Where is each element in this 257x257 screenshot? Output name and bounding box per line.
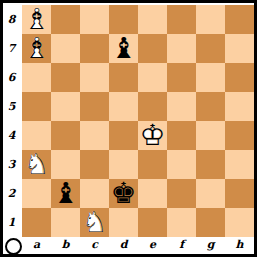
square-c4[interactable] [80, 121, 109, 150]
square-f6[interactable] [167, 63, 196, 92]
square-b8[interactable] [51, 5, 80, 34]
chess-board: ♝♗♝♗♝♚♔♞♘♝♚♞♘ [22, 5, 254, 237]
piece-white-bishop-a7[interactable]: ♝♗ [22, 34, 51, 63]
square-b3[interactable] [51, 150, 80, 179]
square-f4[interactable] [167, 121, 196, 150]
square-e3[interactable] [138, 150, 167, 179]
piece-white-bishop-a8[interactable]: ♝♗ [22, 5, 51, 34]
square-e5[interactable] [138, 92, 167, 121]
square-a2[interactable] [22, 179, 51, 208]
square-e7[interactable] [138, 34, 167, 63]
file-label-d: d [109, 237, 138, 253]
square-g5[interactable] [196, 92, 225, 121]
square-b1[interactable] [51, 208, 80, 237]
square-h7[interactable] [225, 34, 254, 63]
white-king-icon: ♔ [140, 121, 166, 150]
square-e8[interactable] [138, 5, 167, 34]
square-a1[interactable] [22, 208, 51, 237]
rank-label-4: 4 [3, 121, 20, 150]
rank-label-5: 5 [3, 92, 20, 121]
piece-black-king-d2[interactable]: ♚ [109, 179, 138, 208]
square-h8[interactable] [225, 5, 254, 34]
square-d2[interactable]: ♚ [109, 179, 138, 208]
square-h6[interactable] [225, 63, 254, 92]
square-h4[interactable] [225, 121, 254, 150]
square-c2[interactable] [80, 179, 109, 208]
white-bishop-icon: ♗ [24, 5, 50, 34]
white-to-move-indicator [5, 238, 22, 255]
square-g6[interactable] [196, 63, 225, 92]
rank-label-8: 8 [3, 5, 20, 34]
square-g1[interactable] [196, 208, 225, 237]
square-h1[interactable] [225, 208, 254, 237]
rank-label-7: 7 [3, 34, 20, 63]
square-g3[interactable] [196, 150, 225, 179]
square-e1[interactable] [138, 208, 167, 237]
square-d5[interactable] [109, 92, 138, 121]
rank-label-1: 1 [3, 208, 20, 237]
square-a3[interactable]: ♞♘ [22, 150, 51, 179]
square-f1[interactable] [167, 208, 196, 237]
file-label-a: a [22, 237, 51, 253]
file-label-h: h [225, 237, 254, 253]
square-d6[interactable] [109, 63, 138, 92]
square-c6[interactable] [80, 63, 109, 92]
square-d1[interactable] [109, 208, 138, 237]
square-a5[interactable] [22, 92, 51, 121]
black-bishop-icon: ♝ [53, 179, 79, 208]
piece-white-king-e4[interactable]: ♚♔ [138, 121, 167, 150]
square-e4[interactable]: ♚♔ [138, 121, 167, 150]
square-h2[interactable] [225, 179, 254, 208]
square-f5[interactable] [167, 92, 196, 121]
file-label-e: e [138, 237, 167, 253]
piece-white-knight-c1[interactable]: ♞♘ [80, 208, 109, 237]
square-f7[interactable] [167, 34, 196, 63]
rank-label-3: 3 [3, 150, 20, 179]
square-d8[interactable] [109, 5, 138, 34]
file-label-f: f [167, 237, 196, 253]
square-c1[interactable]: ♞♘ [80, 208, 109, 237]
square-g8[interactable] [196, 5, 225, 34]
square-a6[interactable] [22, 63, 51, 92]
square-d3[interactable] [109, 150, 138, 179]
square-b5[interactable] [51, 92, 80, 121]
square-c7[interactable] [80, 34, 109, 63]
square-d7[interactable]: ♝ [109, 34, 138, 63]
square-g2[interactable] [196, 179, 225, 208]
file-label-g: g [196, 237, 225, 253]
square-e6[interactable] [138, 63, 167, 92]
square-h3[interactable] [225, 150, 254, 179]
square-g7[interactable] [196, 34, 225, 63]
black-king-icon: ♚ [111, 179, 137, 208]
square-a7[interactable]: ♝♗ [22, 34, 51, 63]
white-knight-icon: ♘ [24, 150, 50, 179]
square-b6[interactable] [51, 63, 80, 92]
square-f3[interactable] [167, 150, 196, 179]
square-b7[interactable] [51, 34, 80, 63]
square-b4[interactable] [51, 121, 80, 150]
file-label-c: c [80, 237, 109, 253]
piece-black-bishop-d7[interactable]: ♝ [109, 34, 138, 63]
rank-label-6: 6 [3, 63, 20, 92]
chess-diagram-frame: ♝♗♝♗♝♚♔♞♘♝♚♞♘ 87654321 abcdefgh [0, 0, 257, 257]
square-a4[interactable] [22, 121, 51, 150]
piece-black-bishop-b2[interactable]: ♝ [51, 179, 80, 208]
square-f2[interactable] [167, 179, 196, 208]
square-b2[interactable]: ♝ [51, 179, 80, 208]
file-label-b: b [51, 237, 80, 253]
rank-label-2: 2 [3, 179, 20, 208]
square-c8[interactable] [80, 5, 109, 34]
square-a8[interactable]: ♝♗ [22, 5, 51, 34]
square-d4[interactable] [109, 121, 138, 150]
white-bishop-icon: ♗ [24, 34, 50, 63]
black-bishop-icon: ♝ [111, 34, 137, 63]
square-c5[interactable] [80, 92, 109, 121]
square-g4[interactable] [196, 121, 225, 150]
square-c3[interactable] [80, 150, 109, 179]
white-knight-icon: ♘ [82, 208, 108, 237]
square-e2[interactable] [138, 179, 167, 208]
square-h5[interactable] [225, 92, 254, 121]
piece-white-knight-a3[interactable]: ♞♘ [22, 150, 51, 179]
square-f8[interactable] [167, 5, 196, 34]
